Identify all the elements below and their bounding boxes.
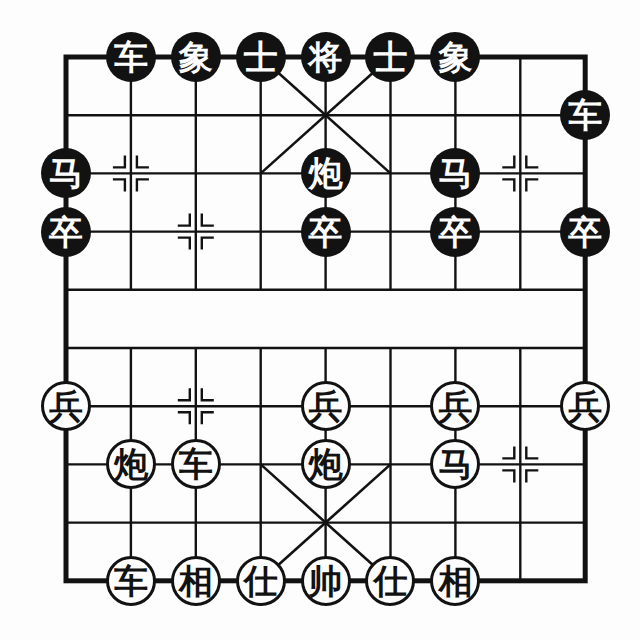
piece-red-chariot[interactable]: 车 — [171, 439, 221, 489]
piece-red-advisor[interactable]: 仕 — [236, 556, 286, 606]
piece-black-horse[interactable]: 马 — [41, 148, 91, 198]
piece-red-cannon[interactable]: 炮 — [106, 439, 156, 489]
piece-black-chariot[interactable]: 车 — [560, 90, 610, 140]
piece-red-marshal[interactable]: 帅 — [301, 556, 351, 606]
piece-black-advisor[interactable]: 士 — [365, 32, 415, 82]
piece-black-chariot[interactable]: 车 — [106, 32, 156, 82]
piece-black-soldier[interactable]: 卒 — [430, 207, 480, 257]
piece-red-chariot[interactable]: 车 — [106, 556, 156, 606]
piece-red-horse[interactable]: 马 — [430, 439, 480, 489]
piece-black-horse[interactable]: 马 — [430, 148, 480, 198]
piece-black-elephant[interactable]: 象 — [430, 32, 480, 82]
piece-red-soldier[interactable]: 兵 — [560, 381, 610, 431]
piece-black-soldier[interactable]: 卒 — [41, 207, 91, 257]
piece-black-soldier[interactable]: 卒 — [560, 207, 610, 257]
piece-black-general[interactable]: 将 — [301, 32, 351, 82]
piece-red-elephant[interactable]: 相 — [430, 556, 480, 606]
piece-red-soldier[interactable]: 兵 — [301, 381, 351, 431]
piece-black-soldier[interactable]: 卒 — [301, 207, 351, 257]
xiangqi-diagram: 车象士将士象车马炮马卒卒卒卒兵兵兵兵炮车炮马车相仕帅仕相 — [0, 0, 640, 640]
piece-black-cannon[interactable]: 炮 — [301, 148, 351, 198]
piece-black-advisor[interactable]: 士 — [236, 32, 286, 82]
pieces-layer: 车象士将士象车马炮马卒卒卒卒兵兵兵兵炮车炮马车相仕帅仕相 — [34, 28, 618, 610]
piece-red-soldier[interactable]: 兵 — [41, 381, 91, 431]
piece-red-elephant[interactable]: 相 — [171, 556, 221, 606]
piece-red-soldier[interactable]: 兵 — [430, 381, 480, 431]
piece-red-cannon[interactable]: 炮 — [301, 439, 351, 489]
piece-black-elephant[interactable]: 象 — [171, 32, 221, 82]
piece-red-advisor[interactable]: 仕 — [365, 556, 415, 606]
